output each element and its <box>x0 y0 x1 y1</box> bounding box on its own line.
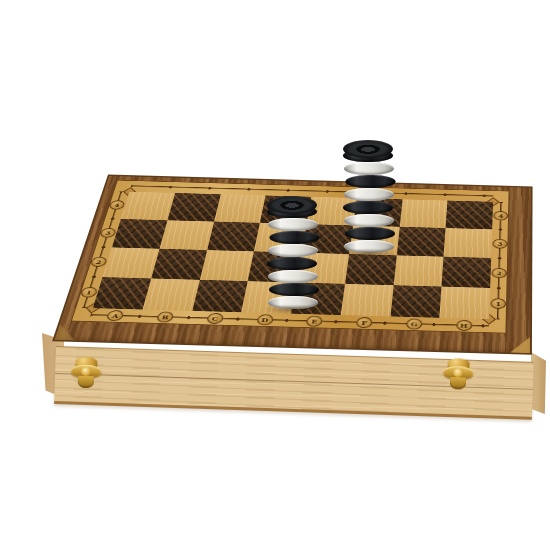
square-g1[interactable] <box>390 285 442 318</box>
rank-label-3: 3 <box>492 239 507 249</box>
file-label-e: E <box>306 316 323 327</box>
square-a4[interactable] <box>121 192 175 221</box>
square-a1[interactable] <box>93 277 151 309</box>
latch-hook-icon <box>78 376 94 389</box>
square-f1[interactable] <box>340 284 393 317</box>
rank-label-2: 2 <box>491 268 506 278</box>
checker-black-e1[interactable] <box>269 283 319 296</box>
checker-white-e1[interactable] <box>268 244 318 257</box>
file-label-g: G <box>406 318 423 329</box>
square-g4[interactable] <box>399 199 447 228</box>
file-label-d: D <box>256 314 274 325</box>
square-c2[interactable] <box>199 250 254 281</box>
rank-label-4: 4 <box>493 211 508 221</box>
checker-top-face <box>267 196 317 214</box>
checker-white-f2[interactable] <box>344 162 394 175</box>
checker-black-e1[interactable] <box>270 231 320 244</box>
file-label-c: C <box>206 313 224 324</box>
square-h2[interactable] <box>442 257 491 288</box>
checker-stack-left[interactable] <box>268 205 318 309</box>
square-g3[interactable] <box>396 227 445 257</box>
square-b3[interactable] <box>159 220 213 250</box>
checker-black-e1[interactable] <box>267 257 317 270</box>
checker-white-e1[interactable] <box>268 296 318 309</box>
square-a3[interactable] <box>112 219 167 249</box>
checker-white-e1[interactable] <box>268 270 318 283</box>
square-c1[interactable] <box>192 280 248 312</box>
checker-black-f2[interactable] <box>346 175 396 188</box>
product-photo: ABCDEFGH 4321 4321 <box>0 0 550 550</box>
file-label-a: A <box>106 310 125 321</box>
square-g2[interactable] <box>393 255 444 286</box>
checker-white-e1[interactable] <box>268 218 318 231</box>
checker-white-f2[interactable] <box>344 188 394 201</box>
box-front-face <box>54 346 534 420</box>
square-a2[interactable] <box>103 247 160 278</box>
square-h1[interactable] <box>440 287 491 320</box>
checker-white-f2[interactable] <box>344 214 394 227</box>
square-b1[interactable] <box>142 278 199 310</box>
checker-black-f2[interactable] <box>343 149 393 162</box>
checker-black-f2[interactable] <box>345 227 395 240</box>
square-h3[interactable] <box>444 228 492 258</box>
square-c4[interactable] <box>214 194 266 223</box>
square-c3[interactable] <box>207 222 260 252</box>
checker-top-face <box>343 140 393 158</box>
corner-inlay-left <box>55 324 80 340</box>
square-b4[interactable] <box>167 193 220 222</box>
brass-latch-left[interactable] <box>69 356 104 389</box>
corner-inlay-right <box>510 337 530 353</box>
latch-hook-icon <box>450 377 466 390</box>
checker-black-f2[interactable] <box>343 201 393 214</box>
square-b2[interactable] <box>151 249 207 280</box>
square-h4[interactable] <box>446 201 493 230</box>
file-label-b: B <box>156 311 174 322</box>
checker-white-f2[interactable] <box>344 240 394 253</box>
file-label-f: F <box>356 317 373 328</box>
checker-stack-right[interactable] <box>344 149 394 253</box>
rank-label-1: 1 <box>490 298 506 309</box>
file-label-h: H <box>456 320 472 331</box>
brass-latch-right[interactable] <box>441 358 476 391</box>
checker-black-e1[interactable] <box>267 205 317 218</box>
